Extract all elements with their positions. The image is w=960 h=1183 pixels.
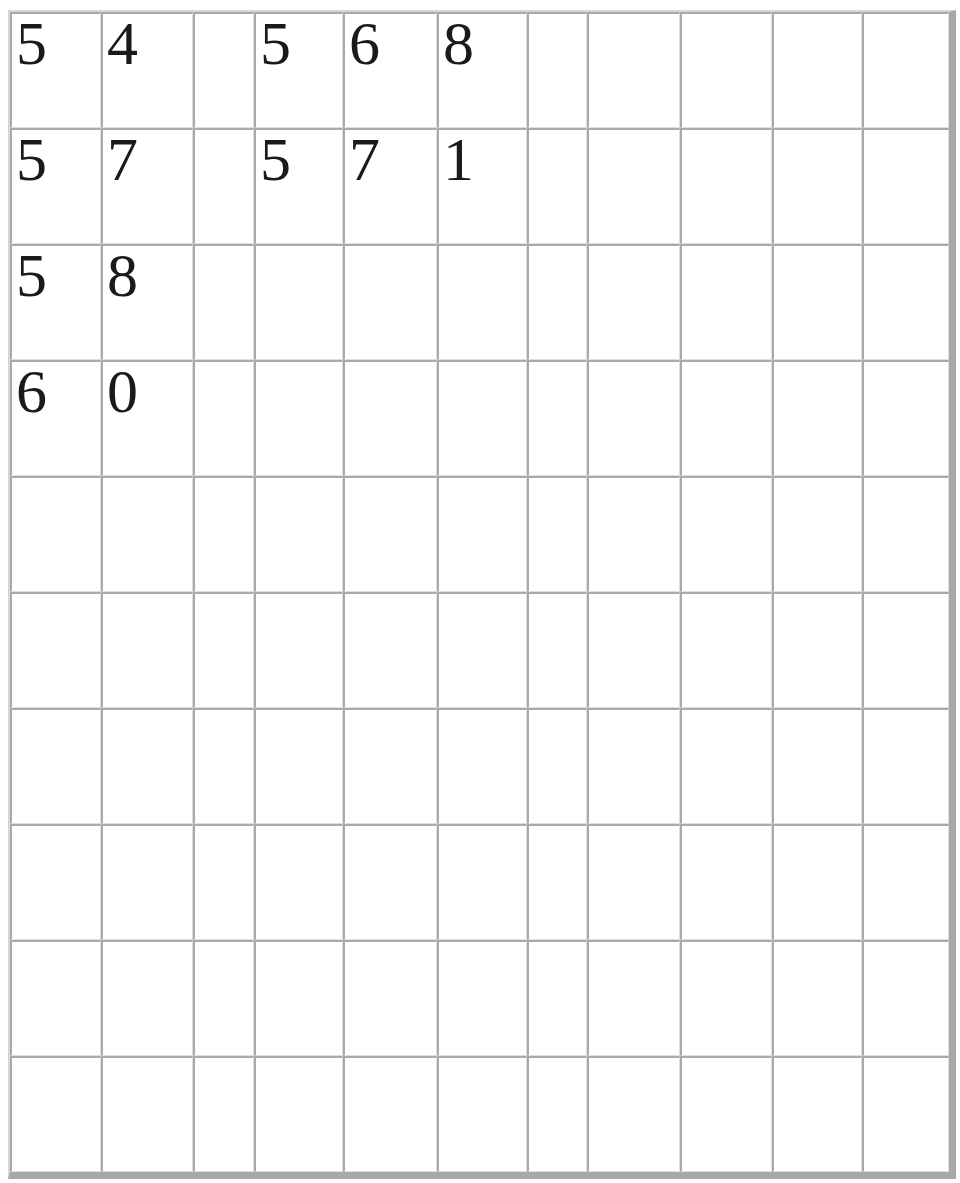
grid-cell-r8c3[interactable] — [193, 824, 254, 940]
grid-cell-r4c7[interactable] — [527, 360, 587, 476]
grid-cell-r10c1[interactable] — [10, 1056, 101, 1172]
grid-cell-r5c6[interactable] — [437, 476, 527, 592]
grid-cell-r1c8[interactable] — [587, 12, 680, 128]
grid-cell-r8c2[interactable] — [101, 824, 193, 940]
grid-cell-r6c5[interactable] — [343, 592, 437, 708]
grid-cell-r2c1[interactable]: 5 — [10, 128, 101, 244]
grid-cell-r4c1[interactable]: 6 — [10, 360, 101, 476]
grid-cell-r3c9[interactable] — [680, 244, 772, 360]
grid-cell-r9c9[interactable] — [680, 940, 772, 1056]
grid-cell-r8c5[interactable] — [343, 824, 437, 940]
grid-cell-r8c10[interactable] — [772, 824, 862, 940]
grid-cell-r6c2[interactable] — [101, 592, 193, 708]
cell-digit: 7 — [349, 132, 380, 186]
grid-cell-r4c11[interactable] — [862, 360, 949, 476]
grid-cell-r5c8[interactable] — [587, 476, 680, 592]
grid-cell-r4c10[interactable] — [772, 360, 862, 476]
grid-cell-r5c11[interactable] — [862, 476, 949, 592]
grid-cell-r10c6[interactable] — [437, 1056, 527, 1172]
grid-cell-r9c11[interactable] — [862, 940, 949, 1056]
grid-cell-r7c10[interactable] — [772, 708, 862, 824]
grid-cell-r8c6[interactable] — [437, 824, 527, 940]
grid-cell-r1c9[interactable] — [680, 12, 772, 128]
grid-cell-r7c2[interactable] — [101, 708, 193, 824]
grid-cell-r7c11[interactable] — [862, 708, 949, 824]
grid-cell-r10c4[interactable] — [254, 1056, 343, 1172]
grid-cell-r5c4[interactable] — [254, 476, 343, 592]
grid-cell-r6c1[interactable] — [10, 592, 101, 708]
cell-digit: 8 — [107, 248, 138, 302]
grid-cell-r3c6[interactable] — [437, 244, 527, 360]
grid-cell-r1c3[interactable] — [193, 12, 254, 128]
cell-digit: 5 — [16, 16, 47, 70]
cell-digit: 1 — [443, 132, 474, 186]
grid-cell-r4c3[interactable] — [193, 360, 254, 476]
grid-cell-r9c4[interactable] — [254, 940, 343, 1056]
number-grid-board: 54568575715860 — [8, 10, 956, 1179]
grid-cell-r6c9[interactable] — [680, 592, 772, 708]
grid-cell-r2c3[interactable] — [193, 128, 254, 244]
grid-cell-r7c3[interactable] — [193, 708, 254, 824]
grid-cell-r8c9[interactable] — [680, 824, 772, 940]
grid-cell-r7c1[interactable] — [10, 708, 101, 824]
grid-cell-r4c5[interactable] — [343, 360, 437, 476]
grid-cell-r6c8[interactable] — [587, 592, 680, 708]
grid-cell-r2c2[interactable]: 7 — [101, 128, 193, 244]
grid-cell-r1c1[interactable]: 5 — [10, 12, 101, 128]
grid-cell-r6c3[interactable] — [193, 592, 254, 708]
grid-cell-r10c10[interactable] — [772, 1056, 862, 1172]
grid-cell-r9c2[interactable] — [101, 940, 193, 1056]
grid-cell-r2c7[interactable] — [527, 128, 587, 244]
grid-cell-r5c3[interactable] — [193, 476, 254, 592]
grid-cell-r10c5[interactable] — [343, 1056, 437, 1172]
grid-cell-r5c1[interactable] — [10, 476, 101, 592]
grid-cell-r2c8[interactable] — [587, 128, 680, 244]
grid-cell-r8c4[interactable] — [254, 824, 343, 940]
cell-digit: 6 — [16, 364, 47, 418]
grid-cell-r8c7[interactable] — [527, 824, 587, 940]
grid-cell-r5c2[interactable] — [101, 476, 193, 592]
grid-cell-r7c6[interactable] — [437, 708, 527, 824]
grid-cell-r8c11[interactable] — [862, 824, 949, 940]
grid-cell-r9c10[interactable] — [772, 940, 862, 1056]
grid-cell-r10c2[interactable] — [101, 1056, 193, 1172]
cell-digit: 5 — [16, 248, 47, 302]
grid-cell-r1c5[interactable]: 6 — [343, 12, 437, 128]
grid-cell-r10c11[interactable] — [862, 1056, 949, 1172]
grid-cell-r5c10[interactable] — [772, 476, 862, 592]
grid-cell-r7c9[interactable] — [680, 708, 772, 824]
grid-cell-r6c6[interactable] — [437, 592, 527, 708]
grid-cell-r4c6[interactable] — [437, 360, 527, 476]
grid-cell-r6c7[interactable] — [527, 592, 587, 708]
grid-cell-r5c9[interactable] — [680, 476, 772, 592]
grid-cell-r1c10[interactable] — [772, 12, 862, 128]
grid-cell-r5c5[interactable] — [343, 476, 437, 592]
cell-digit: 0 — [107, 364, 138, 418]
worksheet-page: 54568575715860 — [0, 0, 960, 1183]
grid-cell-r3c8[interactable] — [587, 244, 680, 360]
grid-cell-r3c10[interactable] — [772, 244, 862, 360]
grid-cell-r3c11[interactable] — [862, 244, 949, 360]
cell-digit: 4 — [107, 16, 138, 70]
grid-cell-r9c7[interactable] — [527, 940, 587, 1056]
grid-cell-r6c11[interactable] — [862, 592, 949, 708]
grid-cell-r10c7[interactable] — [527, 1056, 587, 1172]
grid-cell-r2c5[interactable]: 7 — [343, 128, 437, 244]
grid-cell-r4c8[interactable] — [587, 360, 680, 476]
grid-cell-r3c3[interactable] — [193, 244, 254, 360]
grid-cell-r2c10[interactable] — [772, 128, 862, 244]
grid-cell-r1c4[interactable]: 5 — [254, 12, 343, 128]
grid-cell-r4c4[interactable] — [254, 360, 343, 476]
grid-cell-r9c8[interactable] — [587, 940, 680, 1056]
cell-digit: 5 — [260, 132, 291, 186]
cell-digit: 6 — [349, 16, 380, 70]
grid-cell-r3c2[interactable]: 8 — [101, 244, 193, 360]
grid-cell-r3c5[interactable] — [343, 244, 437, 360]
grid-cell-r9c3[interactable] — [193, 940, 254, 1056]
grid-cell-r2c4[interactable]: 5 — [254, 128, 343, 244]
grid-cell-r7c4[interactable] — [254, 708, 343, 824]
grid-cell-r1c6[interactable]: 8 — [437, 12, 527, 128]
grid-cell-r9c6[interactable] — [437, 940, 527, 1056]
grid-cell-r2c6[interactable]: 1 — [437, 128, 527, 244]
grid-cell-r6c10[interactable] — [772, 592, 862, 708]
grid-cell-r8c8[interactable] — [587, 824, 680, 940]
grid-cell-r1c2[interactable]: 4 — [101, 12, 193, 128]
grid-cell-r10c3[interactable] — [193, 1056, 254, 1172]
grid-cell-r3c7[interactable] — [527, 244, 587, 360]
grid-cell-r2c9[interactable] — [680, 128, 772, 244]
grid-cell-r3c1[interactable]: 5 — [10, 244, 101, 360]
grid-cell-r10c9[interactable] — [680, 1056, 772, 1172]
grid-cell-r6c4[interactable] — [254, 592, 343, 708]
grid-cell-r7c8[interactable] — [587, 708, 680, 824]
grid-cell-r2c11[interactable] — [862, 128, 949, 244]
cell-digit: 5 — [16, 132, 47, 186]
grid-cell-r7c5[interactable] — [343, 708, 437, 824]
grid-cell-r7c7[interactable] — [527, 708, 587, 824]
grid-cell-r9c5[interactable] — [343, 940, 437, 1056]
grid-cell-r1c7[interactable] — [527, 12, 587, 128]
cell-digit: 5 — [260, 16, 291, 70]
grid-cell-r3c4[interactable] — [254, 244, 343, 360]
grid-cell-r8c1[interactable] — [10, 824, 101, 940]
grid-cell-r4c2[interactable]: 0 — [101, 360, 193, 476]
grid-cell-r10c8[interactable] — [587, 1056, 680, 1172]
grid-cell-r4c9[interactable] — [680, 360, 772, 476]
cell-digit: 8 — [443, 16, 474, 70]
grid-cell-r9c1[interactable] — [10, 940, 101, 1056]
grid-cell-r5c7[interactable] — [527, 476, 587, 592]
grid-cell-r1c11[interactable] — [862, 12, 949, 128]
cell-digit: 7 — [107, 132, 138, 186]
